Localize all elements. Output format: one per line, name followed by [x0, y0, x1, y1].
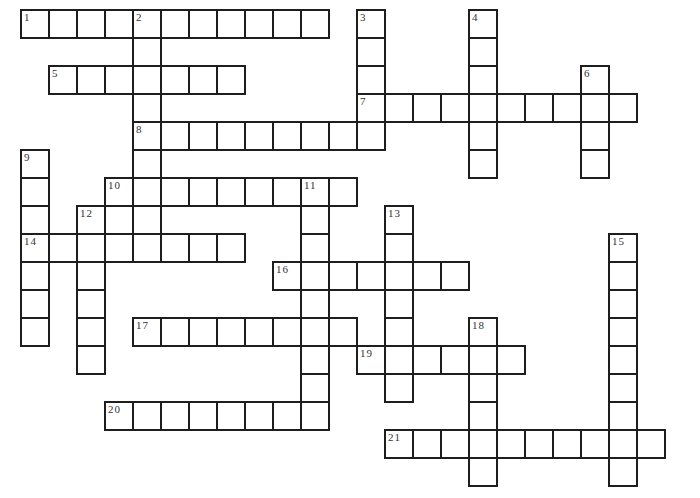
cell-r4c16[interactable]	[468, 121, 498, 151]
crossword-grid: 123456789101112131415161718192021	[0, 0, 700, 498]
cell-r15c15[interactable]	[440, 429, 470, 459]
cell-r8c2[interactable]	[76, 233, 106, 263]
cell-r12c17[interactable]	[496, 345, 526, 375]
clue-number-18: 18	[472, 319, 485, 331]
cell-r6c3[interactable]: 10	[104, 177, 134, 207]
clue-number-14: 14	[24, 235, 37, 247]
cell-r2c7[interactable]	[216, 65, 246, 95]
cell-r11c4[interactable]: 17	[132, 317, 162, 347]
cell-r14c7[interactable]	[216, 401, 246, 431]
clue-number-13: 13	[388, 207, 401, 219]
cell-r0c8[interactable]	[244, 9, 274, 39]
cell-r11c5[interactable]	[160, 317, 190, 347]
cell-r8c3[interactable]	[104, 233, 134, 263]
cell-r14c3[interactable]: 20	[104, 401, 134, 431]
cell-r2c4[interactable]	[132, 65, 162, 95]
clue-number-7: 7	[360, 95, 367, 107]
cell-r2c12[interactable]	[356, 65, 386, 95]
cell-r2c2[interactable]	[76, 65, 106, 95]
cell-r6c0[interactable]	[20, 177, 50, 207]
cell-r13c16[interactable]	[468, 373, 498, 403]
cell-r9c21[interactable]	[608, 261, 638, 291]
cell-r11c7[interactable]	[216, 317, 246, 347]
cell-r5c4[interactable]	[132, 149, 162, 179]
cell-r15c19[interactable]	[552, 429, 582, 459]
cell-r15c17[interactable]	[496, 429, 526, 459]
cell-r0c16[interactable]: 4	[468, 9, 498, 39]
clue-number-5: 5	[52, 67, 59, 79]
cell-r15c16[interactable]	[468, 429, 498, 459]
clue-number-6: 6	[584, 67, 591, 79]
cell-r0c6[interactable]	[188, 9, 218, 39]
cell-r11c9[interactable]	[272, 317, 302, 347]
cell-r6c6[interactable]	[188, 177, 218, 207]
cell-r0c9[interactable]	[272, 9, 302, 39]
cell-r12c15[interactable]	[440, 345, 470, 375]
cell-r14c10[interactable]	[300, 401, 330, 431]
cell-r8c5[interactable]	[160, 233, 190, 263]
cell-r4c10[interactable]	[300, 121, 330, 151]
cell-r10c10[interactable]	[300, 289, 330, 319]
cell-r7c13[interactable]: 13	[384, 205, 414, 235]
cell-r11c2[interactable]	[76, 317, 106, 347]
cell-r4c12[interactable]	[356, 121, 386, 151]
cell-r8c4[interactable]	[132, 233, 162, 263]
clue-number-9: 9	[24, 151, 31, 163]
cell-r14c5[interactable]	[160, 401, 190, 431]
cell-r6c10[interactable]: 11	[300, 177, 330, 207]
cell-r0c7[interactable]	[216, 9, 246, 39]
cell-r4c5[interactable]	[160, 121, 190, 151]
cell-r7c4[interactable]	[132, 205, 162, 235]
cell-r11c13[interactable]	[384, 317, 414, 347]
cell-r3c13[interactable]	[384, 93, 414, 123]
cell-r0c3[interactable]	[104, 9, 134, 39]
cell-r9c2[interactable]	[76, 261, 106, 291]
cell-r2c5[interactable]	[160, 65, 190, 95]
cell-r3c20[interactable]	[580, 93, 610, 123]
clue-number-2: 2	[136, 11, 143, 23]
cell-r3c12[interactable]: 7	[356, 93, 386, 123]
cell-r12c14[interactable]	[412, 345, 442, 375]
clue-number-17: 17	[136, 319, 149, 331]
cell-r15c13[interactable]: 21	[384, 429, 414, 459]
clue-number-1: 1	[24, 11, 31, 23]
cell-r11c0[interactable]	[20, 317, 50, 347]
cell-r12c13[interactable]	[384, 345, 414, 375]
cell-r9c12[interactable]	[356, 261, 386, 291]
clue-number-11: 11	[304, 179, 317, 191]
cell-r8c21[interactable]: 15	[608, 233, 638, 263]
cell-r8c7[interactable]	[216, 233, 246, 263]
clue-number-16: 16	[276, 263, 289, 275]
cell-r11c21[interactable]	[608, 317, 638, 347]
cell-r15c22[interactable]	[636, 429, 666, 459]
cell-r12c16[interactable]	[468, 345, 498, 375]
cell-r4c6[interactable]	[188, 121, 218, 151]
cell-r9c14[interactable]	[412, 261, 442, 291]
cell-r14c9[interactable]	[272, 401, 302, 431]
cell-r12c21[interactable]	[608, 345, 638, 375]
cell-r5c16[interactable]	[468, 149, 498, 179]
cell-r6c11[interactable]	[328, 177, 358, 207]
cell-r3c17[interactable]	[496, 93, 526, 123]
cell-r7c10[interactable]	[300, 205, 330, 235]
cell-r9c13[interactable]	[384, 261, 414, 291]
cell-r7c3[interactable]	[104, 205, 134, 235]
cell-r11c6[interactable]	[188, 317, 218, 347]
cell-r1c16[interactable]	[468, 37, 498, 67]
cell-r11c8[interactable]	[244, 317, 274, 347]
cell-r4c7[interactable]	[216, 121, 246, 151]
cell-r8c13[interactable]	[384, 233, 414, 263]
cell-r4c9[interactable]	[272, 121, 302, 151]
cell-r15c21[interactable]	[608, 429, 638, 459]
cell-r13c21[interactable]	[608, 373, 638, 403]
clue-number-10: 10	[108, 179, 121, 191]
cell-r2c6[interactable]	[188, 65, 218, 95]
cell-r8c10[interactable]	[300, 233, 330, 263]
cell-r3c16[interactable]	[468, 93, 498, 123]
cell-r5c0[interactable]: 9	[20, 149, 50, 179]
cell-r3c19[interactable]	[552, 93, 582, 123]
cell-r9c15[interactable]	[440, 261, 470, 291]
cell-r9c0[interactable]	[20, 261, 50, 291]
cell-r9c10[interactable]	[300, 261, 330, 291]
clue-number-19: 19	[360, 347, 373, 359]
clue-number-3: 3	[360, 11, 367, 23]
cell-r11c11[interactable]	[328, 317, 358, 347]
cell-r0c4[interactable]: 2	[132, 9, 162, 39]
cell-r10c13[interactable]	[384, 289, 414, 319]
cell-r12c2[interactable]	[76, 345, 106, 375]
clue-number-21: 21	[388, 431, 401, 443]
cell-r12c12[interactable]: 19	[356, 345, 386, 375]
cell-r15c20[interactable]	[580, 429, 610, 459]
cell-r4c11[interactable]	[328, 121, 358, 151]
cell-r14c16[interactable]	[468, 401, 498, 431]
cell-r6c5[interactable]	[160, 177, 190, 207]
cell-r7c2[interactable]: 12	[76, 205, 106, 235]
cell-r0c12[interactable]: 3	[356, 9, 386, 39]
clue-number-8: 8	[136, 123, 143, 135]
cell-r4c4[interactable]: 8	[132, 121, 162, 151]
cell-r8c1[interactable]	[48, 233, 78, 263]
cell-r5c20[interactable]	[580, 149, 610, 179]
cell-r8c0[interactable]: 14	[20, 233, 50, 263]
cell-r6c9[interactable]	[272, 177, 302, 207]
cell-r15c14[interactable]	[412, 429, 442, 459]
cell-r13c10[interactable]	[300, 373, 330, 403]
cell-r0c1[interactable]	[48, 9, 78, 39]
cell-r6c4[interactable]	[132, 177, 162, 207]
cell-r4c8[interactable]	[244, 121, 274, 151]
cell-r8c6[interactable]	[188, 233, 218, 263]
cell-r1c12[interactable]	[356, 37, 386, 67]
cell-r13c13[interactable]	[384, 373, 414, 403]
cell-r10c0[interactable]	[20, 289, 50, 319]
cell-r0c2[interactable]	[76, 9, 106, 39]
cell-r6c7[interactable]	[216, 177, 246, 207]
cell-r10c2[interactable]	[76, 289, 106, 319]
cell-r6c8[interactable]	[244, 177, 274, 207]
cell-r14c6[interactable]	[188, 401, 218, 431]
cell-r0c5[interactable]	[160, 9, 190, 39]
cell-r11c16[interactable]: 18	[468, 317, 498, 347]
cell-r3c4[interactable]	[132, 93, 162, 123]
cell-r3c18[interactable]	[524, 93, 554, 123]
cell-r2c1[interactable]: 5	[48, 65, 78, 95]
cell-r14c8[interactable]	[244, 401, 274, 431]
cell-r14c21[interactable]	[608, 401, 638, 431]
clue-number-20: 20	[108, 403, 121, 415]
cell-r4c20[interactable]	[580, 121, 610, 151]
cell-r1c4[interactable]	[132, 37, 162, 67]
cell-r12c10[interactable]	[300, 345, 330, 375]
cell-r2c20[interactable]: 6	[580, 65, 610, 95]
cell-r3c14[interactable]	[412, 93, 442, 123]
clue-number-4: 4	[472, 11, 479, 23]
cell-r14c4[interactable]	[132, 401, 162, 431]
cell-r2c16[interactable]	[468, 65, 498, 95]
cell-r2c3[interactable]	[104, 65, 134, 95]
cell-r16c21[interactable]	[608, 457, 638, 487]
cell-r10c21[interactable]	[608, 289, 638, 319]
cell-r9c11[interactable]	[328, 261, 358, 291]
cell-r15c18[interactable]	[524, 429, 554, 459]
cell-r16c16[interactable]	[468, 457, 498, 487]
clue-number-12: 12	[80, 207, 93, 219]
clue-number-15: 15	[612, 235, 625, 247]
cell-r0c10[interactable]	[300, 9, 330, 39]
cell-r9c9[interactable]: 16	[272, 261, 302, 291]
cell-r11c10[interactable]	[300, 317, 330, 347]
cell-r3c15[interactable]	[440, 93, 470, 123]
cell-r7c0[interactable]	[20, 205, 50, 235]
cell-r0c0[interactable]: 1	[20, 9, 50, 39]
cell-r3c21[interactable]	[608, 93, 638, 123]
